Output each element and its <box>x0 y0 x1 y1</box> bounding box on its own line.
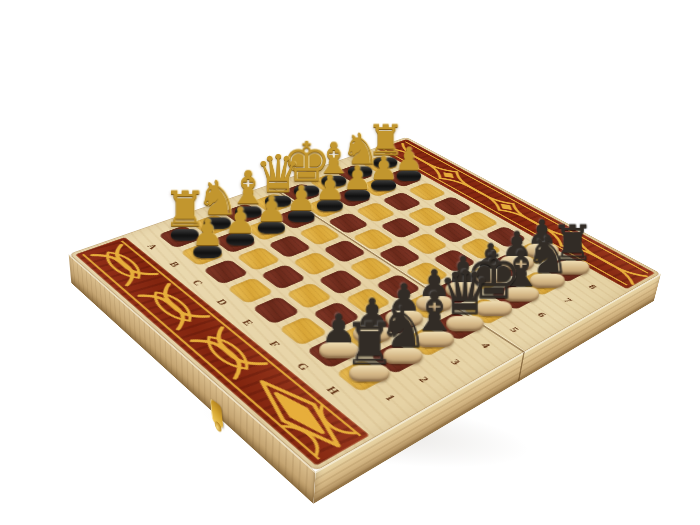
piece-base <box>349 365 389 381</box>
gold-clasp <box>210 398 223 429</box>
photo-background: A B C D E F G H 1 2 3 4 5 6 7 8 <box>0 0 700 525</box>
piece-base <box>193 246 221 258</box>
chess-board: A B C D E F G H 1 2 3 4 5 6 7 8 <box>69 137 661 472</box>
pawn-glyph: ♟ <box>175 214 240 251</box>
scene: A B C D E F G H 1 2 3 4 5 6 7 8 <box>0 0 700 525</box>
fold-seam-edge <box>518 352 525 382</box>
rook-glyph: ♜ <box>331 315 407 373</box>
